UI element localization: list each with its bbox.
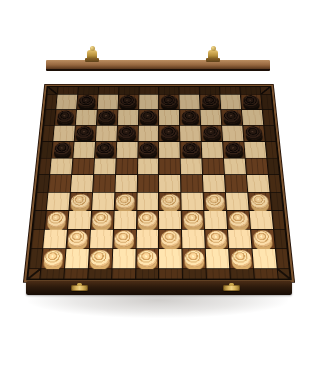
- draughts-board: [24, 85, 294, 282]
- light-piece[interactable]: [138, 212, 157, 227]
- dark-piece[interactable]: [242, 95, 260, 108]
- square-r6c4[interactable]: [115, 175, 137, 192]
- square-r3c7[interactable]: [180, 126, 201, 141]
- square-50[interactable]: [229, 249, 253, 268]
- square-r6c2[interactable]: [71, 175, 93, 192]
- square-18[interactable]: [138, 142, 159, 158]
- light-piece[interactable]: [229, 212, 249, 227]
- dark-piece[interactable]: [140, 111, 157, 124]
- light-piece[interactable]: [68, 231, 88, 247]
- square-21[interactable]: [72, 158, 94, 174]
- light-piece[interactable]: [116, 194, 135, 209]
- frame-cell: [37, 175, 49, 192]
- frame-cell: [88, 269, 111, 278]
- frame-cell: [272, 211, 284, 229]
- square-r1c9[interactable]: [220, 95, 241, 110]
- square-34[interactable]: [204, 193, 226, 210]
- light-piece[interactable]: [205, 194, 224, 209]
- square-r5c5[interactable]: [138, 158, 159, 174]
- square-r3c1[interactable]: [53, 126, 75, 141]
- square-r9c7[interactable]: [182, 230, 205, 249]
- square-r1c3[interactable]: [98, 95, 118, 110]
- frame-cell: [41, 142, 52, 158]
- square-r3c9[interactable]: [222, 126, 243, 141]
- square-r4c2[interactable]: [73, 142, 95, 158]
- square-45[interactable]: [251, 230, 275, 249]
- square-7[interactable]: [97, 110, 118, 125]
- light-piece[interactable]: [71, 194, 90, 209]
- square-r1c5[interactable]: [139, 95, 159, 110]
- square-r2c10[interactable]: [242, 110, 263, 125]
- square-r10c6[interactable]: [159, 249, 182, 268]
- square-13[interactable]: [159, 126, 179, 141]
- light-piece[interactable]: [184, 212, 203, 227]
- square-r5c3[interactable]: [94, 158, 116, 174]
- square-15[interactable]: [243, 126, 265, 141]
- square-r9c3[interactable]: [90, 230, 113, 249]
- frame-cell: [29, 249, 42, 268]
- square-r8c4[interactable]: [114, 211, 136, 229]
- square-26[interactable]: [48, 175, 71, 192]
- square-r7c3[interactable]: [92, 193, 114, 210]
- board-back-edge: [46, 60, 270, 71]
- frame-cell: [230, 269, 253, 278]
- square-20[interactable]: [223, 142, 245, 158]
- frame-cell: [136, 269, 159, 278]
- square-35[interactable]: [248, 193, 271, 210]
- square-r7c7[interactable]: [182, 193, 204, 210]
- square-16[interactable]: [52, 142, 74, 158]
- frame-cell: [274, 230, 286, 249]
- frame-corner: [260, 87, 270, 94]
- light-piece[interactable]: [250, 194, 270, 209]
- light-piece[interactable]: [161, 231, 180, 247]
- square-48[interactable]: [136, 249, 159, 268]
- dark-piece[interactable]: [78, 95, 96, 108]
- square-r6c6[interactable]: [159, 175, 180, 192]
- square-r8c6[interactable]: [159, 211, 181, 229]
- square-r9c9[interactable]: [228, 230, 251, 249]
- square-5[interactable]: [241, 95, 262, 110]
- square-32[interactable]: [114, 193, 136, 210]
- dark-piece[interactable]: [118, 126, 136, 139]
- frame-cell: [58, 87, 78, 94]
- square-r2c4[interactable]: [118, 110, 138, 125]
- square-r5c7[interactable]: [181, 158, 202, 174]
- dark-piece[interactable]: [223, 111, 241, 124]
- square-27[interactable]: [93, 175, 115, 192]
- square-r10c10[interactable]: [253, 249, 277, 268]
- square-8[interactable]: [139, 110, 159, 125]
- square-r10c4[interactable]: [112, 249, 135, 268]
- square-11[interactable]: [75, 126, 96, 141]
- square-r3c5[interactable]: [138, 126, 158, 141]
- square-39[interactable]: [182, 211, 204, 229]
- square-r4c10[interactable]: [244, 142, 266, 158]
- frame-corner: [278, 269, 290, 278]
- frame-cell: [254, 269, 278, 278]
- frame-cell: [263, 110, 274, 125]
- frame-cell: [200, 87, 220, 94]
- square-r2c6[interactable]: [159, 110, 179, 125]
- square-r7c9[interactable]: [226, 193, 249, 210]
- light-piece[interactable]: [207, 231, 227, 247]
- square-r5c1[interactable]: [50, 158, 72, 174]
- dark-piece[interactable]: [120, 95, 137, 108]
- square-r2c8[interactable]: [201, 110, 222, 125]
- dark-piece[interactable]: [203, 126, 221, 139]
- square-r10c8[interactable]: [206, 249, 229, 268]
- frame-cell: [33, 211, 45, 229]
- frame-cell: [112, 269, 135, 278]
- frame-cell: [183, 269, 206, 278]
- square-6[interactable]: [55, 110, 76, 125]
- dark-piece[interactable]: [56, 111, 74, 124]
- frame-cell: [31, 230, 43, 249]
- frame-cell: [207, 269, 230, 278]
- square-r6c8[interactable]: [203, 175, 225, 192]
- light-piece[interactable]: [115, 231, 134, 247]
- square-r5c9[interactable]: [224, 158, 246, 174]
- square-19[interactable]: [181, 142, 202, 158]
- square-38[interactable]: [137, 211, 159, 229]
- square-37[interactable]: [91, 211, 114, 229]
- frame-cell: [220, 87, 240, 94]
- square-25[interactable]: [246, 158, 268, 174]
- square-41[interactable]: [66, 230, 89, 249]
- square-14[interactable]: [201, 126, 222, 141]
- frame-corner: [28, 269, 40, 278]
- dark-piece[interactable]: [225, 142, 244, 156]
- square-2[interactable]: [118, 95, 138, 110]
- square-r9c5[interactable]: [136, 230, 158, 249]
- frame-corner: [47, 87, 57, 94]
- frame-cell: [139, 87, 158, 94]
- square-r4c6[interactable]: [159, 142, 180, 158]
- dark-piece[interactable]: [53, 142, 72, 156]
- brass-hinge-icon: [208, 50, 218, 59]
- square-r7c5[interactable]: [137, 193, 159, 210]
- square-1[interactable]: [77, 95, 98, 110]
- frame-cell: [159, 269, 182, 278]
- square-r7c1[interactable]: [47, 193, 70, 210]
- square-r10c2[interactable]: [65, 249, 89, 268]
- light-piece[interactable]: [184, 250, 204, 266]
- frame-cell: [43, 126, 54, 141]
- dark-piece[interactable]: [182, 142, 200, 156]
- frame-cell: [267, 158, 279, 174]
- light-piece[interactable]: [253, 231, 273, 247]
- light-piece[interactable]: [161, 194, 180, 209]
- square-r1c1[interactable]: [56, 95, 77, 110]
- frame-cell: [159, 87, 179, 94]
- square-23[interactable]: [159, 158, 180, 174]
- board-front-edge: [26, 281, 292, 295]
- brass-hinge-icon: [87, 50, 97, 59]
- frame-cell: [35, 193, 47, 210]
- dark-piece[interactable]: [98, 111, 116, 124]
- square-42[interactable]: [113, 230, 136, 249]
- frame-cell: [98, 87, 118, 94]
- square-49[interactable]: [183, 249, 206, 268]
- frame-cell: [39, 158, 51, 174]
- frame-cell: [261, 95, 272, 110]
- square-3[interactable]: [159, 95, 179, 110]
- square-r4c4[interactable]: [116, 142, 137, 158]
- square-44[interactable]: [205, 230, 228, 249]
- frame-cell: [266, 142, 277, 158]
- light-piece[interactable]: [92, 212, 111, 227]
- frame-cell: [269, 175, 281, 192]
- square-r8c2[interactable]: [68, 211, 91, 229]
- square-31[interactable]: [69, 193, 92, 210]
- square-24[interactable]: [203, 158, 225, 174]
- square-46[interactable]: [41, 249, 65, 268]
- light-piece[interactable]: [47, 212, 67, 227]
- light-piece[interactable]: [43, 250, 64, 266]
- square-43[interactable]: [159, 230, 181, 249]
- square-9[interactable]: [180, 110, 200, 125]
- frame-cell: [276, 249, 289, 268]
- square-r1c7[interactable]: [180, 95, 200, 110]
- square-r4c8[interactable]: [202, 142, 223, 158]
- square-40[interactable]: [227, 211, 250, 229]
- square-r9c1[interactable]: [43, 230, 67, 249]
- dark-piece[interactable]: [161, 126, 179, 139]
- brass-clasp-icon: [71, 285, 88, 291]
- dark-piece[interactable]: [139, 142, 157, 156]
- square-r6c10[interactable]: [247, 175, 270, 192]
- square-28[interactable]: [137, 175, 158, 192]
- square-29[interactable]: [181, 175, 203, 192]
- frame-cell: [240, 87, 260, 94]
- frame-cell: [271, 193, 283, 210]
- square-17[interactable]: [95, 142, 116, 158]
- square-r8c10[interactable]: [250, 211, 273, 229]
- dark-piece[interactable]: [245, 126, 264, 139]
- frame-cell: [46, 95, 57, 110]
- light-piece[interactable]: [90, 250, 110, 266]
- square-36[interactable]: [45, 211, 68, 229]
- frame-cell: [40, 269, 64, 278]
- dark-piece[interactable]: [96, 142, 114, 156]
- frame-cell: [180, 87, 200, 94]
- dark-piece[interactable]: [202, 95, 219, 108]
- square-r2c2[interactable]: [76, 110, 97, 125]
- frame-cell: [119, 87, 139, 94]
- square-4[interactable]: [200, 95, 220, 110]
- square-47[interactable]: [89, 249, 112, 268]
- board-photo: [0, 0, 314, 369]
- frame-cell: [44, 110, 55, 125]
- frame-cell: [64, 269, 87, 278]
- light-piece[interactable]: [137, 250, 156, 266]
- dark-piece[interactable]: [181, 111, 199, 124]
- square-12[interactable]: [117, 126, 138, 141]
- square-r8c8[interactable]: [205, 211, 228, 229]
- dark-piece[interactable]: [161, 95, 178, 108]
- frame-cell: [78, 87, 98, 94]
- light-piece[interactable]: [231, 250, 251, 266]
- square-r3c3[interactable]: [96, 126, 117, 141]
- square-30[interactable]: [225, 175, 247, 192]
- frame-cell: [264, 126, 275, 141]
- square-22[interactable]: [116, 158, 137, 174]
- square-33[interactable]: [159, 193, 181, 210]
- dark-piece[interactable]: [76, 126, 94, 139]
- brass-clasp-icon: [223, 285, 240, 291]
- square-10[interactable]: [221, 110, 242, 125]
